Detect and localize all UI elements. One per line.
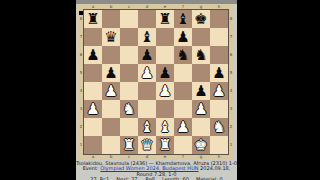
square-f4 bbox=[174, 82, 192, 100]
square-f8: ♝ bbox=[174, 10, 192, 28]
square-a1 bbox=[84, 136, 102, 154]
square-a6: ♟ bbox=[84, 46, 102, 64]
black-queen-b7: ♛ bbox=[102, 28, 120, 46]
black-pawn-d6: ♟ bbox=[138, 46, 156, 64]
square-b5: ♟ bbox=[102, 64, 120, 82]
square-b3 bbox=[102, 100, 120, 118]
square-g8: ♚ bbox=[192, 10, 210, 28]
square-e6 bbox=[156, 46, 174, 64]
square-c2 bbox=[120, 118, 138, 136]
square-g6: ♞ bbox=[192, 46, 210, 64]
square-d6: ♟ bbox=[138, 46, 156, 64]
square-g5 bbox=[192, 64, 210, 82]
white-bishop-d2: ♝ bbox=[138, 118, 156, 136]
square-g4: ♟ bbox=[192, 82, 210, 100]
black-pawn-f7: ♟ bbox=[174, 28, 192, 46]
square-e2: ♝ bbox=[156, 118, 174, 136]
black-rook-a8: ♜ bbox=[84, 10, 102, 28]
square-b7: ♛ bbox=[102, 28, 120, 46]
black-pawn-h5: ♟ bbox=[210, 64, 228, 82]
white-king-g1: ♚ bbox=[192, 136, 210, 154]
white-rook-c1: ♜ bbox=[120, 136, 138, 154]
black-knight-g6: ♞ bbox=[192, 46, 210, 64]
square-f3 bbox=[174, 100, 192, 118]
black-pawn-g4: ♟ bbox=[192, 82, 210, 100]
white-pawn-h4: ♟ bbox=[210, 82, 228, 100]
square-f1 bbox=[174, 136, 192, 154]
square-b1 bbox=[102, 136, 120, 154]
white-pawn-d5: ♟ bbox=[138, 64, 156, 82]
square-e8: ♜ bbox=[156, 10, 174, 28]
black-to-move-indicator bbox=[79, 11, 83, 15]
file-labels-bottom: abcdefgh bbox=[84, 154, 228, 160]
rank-label-4: 4 bbox=[228, 82, 234, 100]
black-pawn-b5: ♟ bbox=[102, 64, 120, 82]
square-h7 bbox=[210, 28, 228, 46]
white-pawn-f2: ♟ bbox=[174, 118, 192, 136]
square-e3 bbox=[156, 100, 174, 118]
square-b8 bbox=[102, 10, 120, 28]
square-b4: ♟ bbox=[102, 82, 120, 100]
square-f7: ♟ bbox=[174, 28, 192, 46]
black-knight-f6: ♞ bbox=[174, 46, 192, 64]
rank-labels-right: 87654321 bbox=[228, 10, 234, 154]
square-c7 bbox=[120, 28, 138, 46]
diagram-panel: abcdefgh 87654321 ♜♜♝♚♛♝♟♟♟♞♞♟♟♟♟♟♟♟♟♟♞♟… bbox=[76, 0, 237, 180]
rank-label-2: 2 bbox=[228, 118, 234, 136]
black-bishop-d7: ♝ bbox=[138, 28, 156, 46]
square-d5: ♟ bbox=[138, 64, 156, 82]
square-g1: ♚ bbox=[192, 136, 210, 154]
file-label-e: e bbox=[156, 154, 174, 160]
square-h8 bbox=[210, 10, 228, 28]
square-g2 bbox=[192, 118, 210, 136]
square-a8: ♜ bbox=[84, 10, 102, 28]
file-label-b: b bbox=[102, 154, 120, 160]
rank-label-6: 6 bbox=[228, 46, 234, 64]
file-label-h: h bbox=[210, 154, 228, 160]
square-f5 bbox=[174, 64, 192, 82]
game-length: Length: 60 bbox=[162, 177, 189, 180]
caption: Tsolakidou, Stavroula (2436) — Khamdamov… bbox=[76, 160, 237, 180]
file-label-c: c bbox=[120, 154, 138, 160]
square-h4: ♟ bbox=[210, 82, 228, 100]
rank-label-3: 3 bbox=[228, 100, 234, 118]
square-d1: ♛ bbox=[138, 136, 156, 154]
white-queen-d1: ♛ bbox=[138, 136, 156, 154]
square-a2 bbox=[84, 118, 102, 136]
rank-label-1: 1 bbox=[228, 136, 234, 154]
square-e5: ♟ bbox=[156, 64, 174, 82]
square-h3 bbox=[210, 100, 228, 118]
square-e1: ♜ bbox=[156, 136, 174, 154]
square-a5 bbox=[84, 64, 102, 82]
move-info-line: 27. Rc1 Next: 27. ...Re8 Length: 60 Mate… bbox=[76, 177, 237, 180]
black-king-g8: ♚ bbox=[192, 10, 210, 28]
chess-board-frame: abcdefgh 87654321 ♜♜♝♚♛♝♟♟♟♞♞♟♟♟♟♟♟♟♟♟♞♟… bbox=[78, 4, 234, 160]
rank-label-7: 7 bbox=[228, 28, 234, 46]
square-e7 bbox=[156, 28, 174, 46]
file-label-f: f bbox=[174, 154, 192, 160]
material-balance: Material: 0 bbox=[196, 177, 223, 180]
rank-label-5: 5 bbox=[228, 64, 234, 82]
square-g7 bbox=[192, 28, 210, 46]
square-c3: ♞ bbox=[120, 100, 138, 118]
square-c4 bbox=[120, 82, 138, 100]
white-knight-h2: ♞ bbox=[210, 118, 228, 136]
white-bishop-e2: ♝ bbox=[156, 118, 174, 136]
file-label-d: d bbox=[138, 154, 156, 160]
square-c6 bbox=[120, 46, 138, 64]
square-b2 bbox=[102, 118, 120, 136]
black-pawn-e5: ♟ bbox=[156, 64, 174, 82]
white-pawn-g3: ♟ bbox=[192, 100, 210, 118]
square-d3 bbox=[138, 100, 156, 118]
white-knight-c3: ♞ bbox=[120, 100, 138, 118]
square-g3: ♟ bbox=[192, 100, 210, 118]
square-f2: ♟ bbox=[174, 118, 192, 136]
file-label-g: g bbox=[192, 154, 210, 160]
white-pawn-a3: ♟ bbox=[84, 100, 102, 118]
square-f6: ♞ bbox=[174, 46, 192, 64]
file-label-a: a bbox=[84, 154, 102, 160]
white-pawn-e4: ♟ bbox=[156, 82, 174, 100]
last-move: 27. Rc1 bbox=[90, 177, 109, 180]
next-move: Next: 27. ...Re8 bbox=[116, 177, 155, 180]
square-b6 bbox=[102, 46, 120, 64]
square-d7: ♝ bbox=[138, 28, 156, 46]
event-label: Event: bbox=[83, 165, 101, 171]
square-h2: ♞ bbox=[210, 118, 228, 136]
square-a4 bbox=[84, 82, 102, 100]
square-d8 bbox=[138, 10, 156, 28]
black-rook-e8: ♜ bbox=[156, 10, 174, 28]
square-h1 bbox=[210, 136, 228, 154]
square-e4: ♟ bbox=[156, 82, 174, 100]
frame-corner bbox=[228, 154, 234, 160]
square-c1: ♜ bbox=[120, 136, 138, 154]
square-a3: ♟ bbox=[84, 100, 102, 118]
square-d4 bbox=[138, 82, 156, 100]
rank-label-8: 8 bbox=[228, 10, 234, 28]
square-d2: ♝ bbox=[138, 118, 156, 136]
square-h5: ♟ bbox=[210, 64, 228, 82]
square-c8 bbox=[120, 10, 138, 28]
square-c5 bbox=[120, 64, 138, 82]
black-pawn-a6: ♟ bbox=[84, 46, 102, 64]
square-a7 bbox=[84, 28, 102, 46]
chess-board: ♜♜♝♚♛♝♟♟♟♞♞♟♟♟♟♟♟♟♟♟♞♟♝♝♟♞♜♛♜♚ bbox=[84, 10, 228, 154]
black-bishop-f8: ♝ bbox=[174, 10, 192, 28]
white-pawn-b4: ♟ bbox=[102, 82, 120, 100]
white-rook-e1: ♜ bbox=[156, 136, 174, 154]
square-h6 bbox=[210, 46, 228, 64]
